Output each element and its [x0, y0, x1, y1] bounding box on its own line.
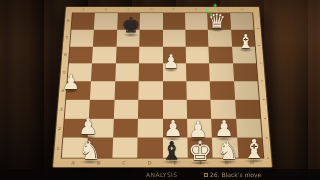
file-label-c: C [117, 7, 140, 12]
file-label-e: E [163, 7, 186, 12]
square-b4[interactable] [90, 81, 115, 99]
square-f5[interactable] [186, 64, 210, 82]
rank-label-2: 2 [56, 126, 63, 131]
piece-black-king-c7[interactable]: ♚ [122, 15, 141, 36]
square-c6[interactable] [116, 46, 140, 63]
file-label-h: H [230, 7, 253, 12]
square-d4[interactable] [138, 81, 162, 99]
square-d7[interactable] [139, 30, 162, 47]
piece-white-bishop-h1[interactable]: ♝ [242, 136, 265, 162]
square-g5[interactable] [209, 64, 233, 82]
file-label-d: D [140, 7, 163, 12]
square-d5[interactable] [139, 64, 163, 82]
square-h3[interactable] [235, 100, 261, 119]
file-label-b: B [95, 7, 118, 12]
piece-white-bishop-h7[interactable]: ♝ [237, 32, 254, 51]
square-c4[interactable] [114, 81, 138, 99]
status-bar: ANALYSIS 26. Black's move [0, 169, 320, 180]
square-e4[interactable] [163, 81, 187, 99]
square-f8[interactable] [185, 13, 208, 29]
rank-label-8: 8 [65, 19, 72, 23]
piece-white-pawn-e5[interactable]: ♟ [162, 52, 179, 71]
move-status: Black's move [222, 171, 262, 178]
square-d2[interactable] [138, 118, 163, 137]
square-f3[interactable] [187, 100, 212, 119]
square-b7[interactable] [93, 30, 117, 47]
file-label-c: C [111, 159, 137, 168]
rank-label-7: 7 [63, 35, 70, 39]
square-a7[interactable] [70, 30, 94, 47]
piece-black-bishop-e1[interactable]: ♝ [161, 138, 183, 163]
move-number: 26. [210, 171, 220, 178]
square-e7[interactable] [163, 30, 186, 47]
square-f6[interactable] [186, 46, 210, 63]
piece-white-queen-g8[interactable]: ♛ [208, 11, 226, 31]
square-a8[interactable] [71, 13, 95, 29]
piece-white-king-f1[interactable]: ♚ [188, 137, 212, 164]
square-f7[interactable] [185, 30, 208, 47]
piece-white-pawn-b2[interactable]: ♟ [78, 116, 98, 138]
square-d1[interactable] [137, 138, 162, 158]
analysis-button[interactable]: ANALYSIS [146, 171, 178, 178]
file-label-f: F [185, 7, 208, 12]
file-label-d: D [137, 159, 163, 168]
square-g4[interactable] [210, 81, 235, 99]
square-h5[interactable] [233, 64, 258, 82]
black-turn-icon [204, 173, 208, 177]
square-e8[interactable] [163, 13, 186, 29]
square-c1[interactable] [112, 138, 138, 158]
square-b5[interactable] [91, 64, 115, 82]
file-label-a: A [72, 7, 95, 12]
square-b6[interactable] [92, 46, 116, 63]
chess-app-screen: ABCDEFGH ABCDEFGH 87654321 ♛♚♝♟♟♟♟♟♟♞♝♚♞… [0, 0, 320, 180]
rank-label-3: 3 [58, 107, 65, 112]
rank-label-1: 1 [54, 146, 61, 151]
piece-white-pawn-a4[interactable]: ♟ [62, 72, 80, 92]
square-d6[interactable] [139, 46, 162, 63]
square-h8[interactable] [230, 13, 254, 29]
square-b8[interactable] [94, 13, 117, 29]
move-indicator: 26. Black's move [204, 171, 261, 178]
piece-white-knight-g1[interactable]: ♞ [217, 138, 239, 163]
square-g6[interactable] [209, 46, 233, 63]
square-c5[interactable] [115, 64, 139, 82]
square-c2[interactable] [113, 118, 138, 137]
square-d8[interactable] [140, 13, 163, 29]
square-f4[interactable] [186, 81, 210, 99]
piece-white-knight-b1[interactable]: ♞ [79, 138, 101, 163]
rank-label-6: 6 [62, 52, 69, 56]
square-d3[interactable] [138, 100, 162, 119]
square-h4[interactable] [234, 81, 259, 99]
square-c3[interactable] [114, 100, 139, 119]
square-a6[interactable] [69, 46, 93, 63]
